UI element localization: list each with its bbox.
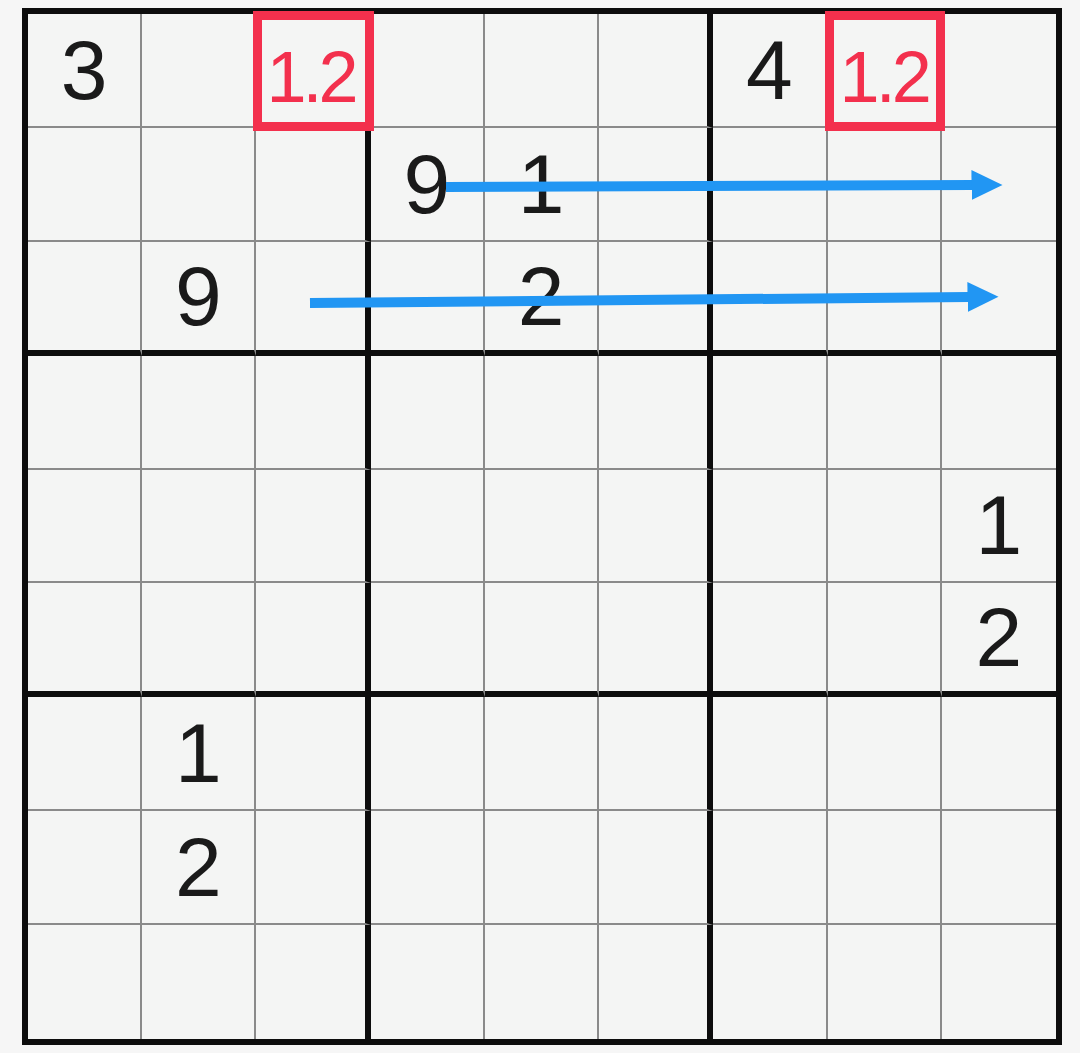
cell-r9c3[interactable]	[256, 925, 370, 1039]
cell-r9c6[interactable]	[599, 925, 713, 1039]
cell-r4c9[interactable]	[942, 356, 1056, 470]
cell-r8c4[interactable]	[371, 811, 485, 925]
cell-r4c5[interactable]	[485, 356, 599, 470]
cell-r8c7[interactable]	[713, 811, 827, 925]
cell-r3c8[interactable]	[828, 242, 942, 356]
candidate-cell-r1c8[interactable]: 1.2	[828, 14, 942, 128]
cell-r2c6[interactable]	[599, 128, 713, 242]
cell-r5c3[interactable]	[256, 470, 370, 584]
cell-r8c6[interactable]	[599, 811, 713, 925]
cell-r1c9[interactable]	[942, 14, 1056, 128]
cell-r7c6[interactable]	[599, 697, 713, 811]
cell-r5c7[interactable]	[713, 470, 827, 584]
cell-r2c7[interactable]	[713, 128, 827, 242]
cell-r8c5[interactable]	[485, 811, 599, 925]
cell-r9c2[interactable]	[142, 925, 256, 1039]
given-cell-r8c2[interactable]: 2	[142, 811, 256, 925]
sudoku-board: 31.241.291921212	[22, 8, 1062, 1045]
cell-r3c6[interactable]	[599, 242, 713, 356]
sudoku-grid: 31.241.291921212	[28, 14, 1056, 1039]
cell-r7c8[interactable]	[828, 697, 942, 811]
cell-r6c5[interactable]	[485, 583, 599, 697]
given-cell-r1c1[interactable]: 3	[28, 14, 142, 128]
cell-r5c4[interactable]	[371, 470, 485, 584]
cell-r4c2[interactable]	[142, 356, 256, 470]
cell-r2c9[interactable]	[942, 128, 1056, 242]
cell-r3c3[interactable]	[256, 242, 370, 356]
sudoku-page: 31.241.291921212	[0, 0, 1080, 1053]
cell-r6c8[interactable]	[828, 583, 942, 697]
cell-r4c6[interactable]	[599, 356, 713, 470]
cell-r2c3[interactable]	[256, 128, 370, 242]
cell-r9c7[interactable]	[713, 925, 827, 1039]
cell-r7c9[interactable]	[942, 697, 1056, 811]
cell-r7c1[interactable]	[28, 697, 142, 811]
cell-r5c8[interactable]	[828, 470, 942, 584]
cell-r6c1[interactable]	[28, 583, 142, 697]
cell-r4c1[interactable]	[28, 356, 142, 470]
cell-r3c7[interactable]	[713, 242, 827, 356]
cell-r8c3[interactable]	[256, 811, 370, 925]
given-cell-r5c9[interactable]: 1	[942, 470, 1056, 584]
cell-r9c5[interactable]	[485, 925, 599, 1039]
cell-r3c4[interactable]	[371, 242, 485, 356]
cell-r7c4[interactable]	[371, 697, 485, 811]
cell-r5c5[interactable]	[485, 470, 599, 584]
given-cell-r2c5[interactable]: 1	[485, 128, 599, 242]
given-cell-r1c7[interactable]: 4	[713, 14, 827, 128]
cell-r4c8[interactable]	[828, 356, 942, 470]
cell-r9c1[interactable]	[28, 925, 142, 1039]
given-cell-r3c2[interactable]: 9	[142, 242, 256, 356]
cell-r6c2[interactable]	[142, 583, 256, 697]
cell-r7c3[interactable]	[256, 697, 370, 811]
cell-r3c1[interactable]	[28, 242, 142, 356]
cell-r5c2[interactable]	[142, 470, 256, 584]
cell-r1c4[interactable]	[371, 14, 485, 128]
cell-r7c7[interactable]	[713, 697, 827, 811]
cell-r5c1[interactable]	[28, 470, 142, 584]
cell-r9c8[interactable]	[828, 925, 942, 1039]
cell-r5c6[interactable]	[599, 470, 713, 584]
cell-r2c1[interactable]	[28, 128, 142, 242]
cell-r1c2[interactable]	[142, 14, 256, 128]
given-cell-r3c5[interactable]: 2	[485, 242, 599, 356]
given-cell-r2c4[interactable]: 9	[371, 128, 485, 242]
cell-r9c4[interactable]	[371, 925, 485, 1039]
cell-r6c4[interactable]	[371, 583, 485, 697]
cell-r1c6[interactable]	[599, 14, 713, 128]
cell-r2c2[interactable]	[142, 128, 256, 242]
cell-r4c3[interactable]	[256, 356, 370, 470]
cell-r2c8[interactable]	[828, 128, 942, 242]
given-cell-r7c2[interactable]: 1	[142, 697, 256, 811]
cell-r6c3[interactable]	[256, 583, 370, 697]
cell-r9c9[interactable]	[942, 925, 1056, 1039]
cell-r4c7[interactable]	[713, 356, 827, 470]
cell-r8c1[interactable]	[28, 811, 142, 925]
cell-r3c9[interactable]	[942, 242, 1056, 356]
given-cell-r6c9[interactable]: 2	[942, 583, 1056, 697]
candidate-cell-r1c3[interactable]: 1.2	[256, 14, 370, 128]
cell-r6c7[interactable]	[713, 583, 827, 697]
cell-r4c4[interactable]	[371, 356, 485, 470]
cell-r6c6[interactable]	[599, 583, 713, 697]
cell-r8c9[interactable]	[942, 811, 1056, 925]
cell-r7c5[interactable]	[485, 697, 599, 811]
cell-r8c8[interactable]	[828, 811, 942, 925]
cell-r1c5[interactable]	[485, 14, 599, 128]
